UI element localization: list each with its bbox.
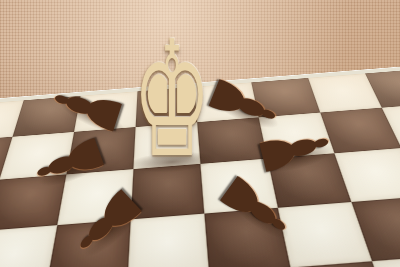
pieces-layer: ♚♟♟♟♟♟♟ (0, 0, 400, 267)
chess-photo-scene: ♚♟♟♟♟♟♟ (0, 0, 400, 267)
